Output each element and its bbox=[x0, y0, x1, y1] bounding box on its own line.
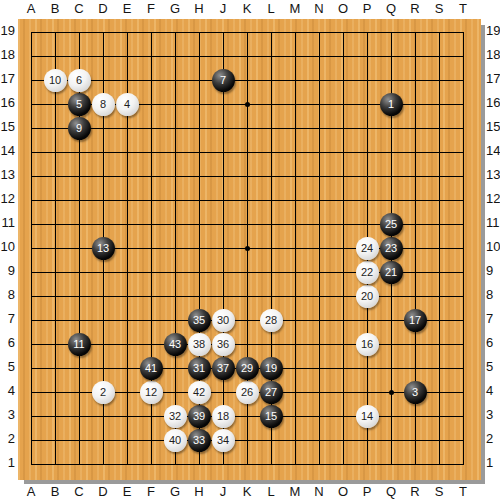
column-label: K bbox=[235, 483, 259, 500]
row-label: 18 bbox=[0, 43, 17, 67]
column-label: N bbox=[307, 483, 331, 500]
row-label: 9 bbox=[0, 259, 17, 283]
move-number: 21 bbox=[385, 267, 397, 278]
move-number: 26 bbox=[241, 387, 253, 398]
column-label: P bbox=[355, 483, 379, 500]
move-number: 5 bbox=[76, 99, 82, 110]
move-number: 27 bbox=[265, 387, 277, 398]
move-number: 30 bbox=[217, 315, 229, 326]
star-point bbox=[389, 390, 394, 395]
column-label: D bbox=[91, 483, 115, 500]
row-label: 12 bbox=[0, 187, 17, 211]
move-number: 43 bbox=[169, 339, 181, 350]
move-number: 13 bbox=[97, 243, 109, 254]
row-label: 4 bbox=[484, 379, 500, 403]
row-label: 5 bbox=[484, 355, 500, 379]
star-point bbox=[245, 102, 250, 107]
move-number: 1 bbox=[388, 99, 394, 110]
row-label: 11 bbox=[484, 211, 500, 235]
row-label: 6 bbox=[484, 331, 500, 355]
stone-black: 17 bbox=[404, 309, 427, 332]
move-number: 32 bbox=[169, 411, 181, 422]
column-label: N bbox=[307, 0, 331, 17]
column-label: J bbox=[211, 0, 235, 17]
column-label: D bbox=[91, 0, 115, 17]
stone-white: 2 bbox=[92, 381, 115, 404]
move-number: 14 bbox=[361, 411, 373, 422]
stone-black: 35 bbox=[188, 309, 211, 332]
stone-black: 3 bbox=[404, 381, 427, 404]
stone-black: 43 bbox=[164, 333, 187, 356]
stone-white: 30 bbox=[212, 309, 235, 332]
move-number: 20 bbox=[361, 291, 373, 302]
stone-black: 27 bbox=[260, 381, 283, 404]
stone-black: 5 bbox=[68, 93, 91, 116]
star-point bbox=[245, 246, 250, 251]
left-coordinates: 19181716151413121110987654321 bbox=[0, 19, 17, 475]
move-number: 22 bbox=[361, 267, 373, 278]
stone-black: 33 bbox=[188, 429, 211, 452]
stone-white: 32 bbox=[164, 405, 187, 428]
stone-black: 11 bbox=[68, 333, 91, 356]
stone-white: 6 bbox=[68, 69, 91, 92]
row-label: 14 bbox=[0, 139, 17, 163]
move-number: 6 bbox=[76, 75, 82, 86]
stone-black: 7 bbox=[212, 69, 235, 92]
column-label: R bbox=[403, 483, 427, 500]
column-label: J bbox=[211, 483, 235, 500]
column-label: C bbox=[67, 0, 91, 17]
move-number: 39 bbox=[193, 411, 205, 422]
column-label: E bbox=[115, 0, 139, 17]
go-board[interactable]: 1234567891011121314151617181920212223242… bbox=[18, 19, 481, 480]
column-label: A bbox=[19, 0, 43, 17]
move-number: 41 bbox=[145, 363, 157, 374]
row-label: 14 bbox=[484, 139, 500, 163]
move-number: 28 bbox=[265, 315, 277, 326]
stone-black: 13 bbox=[92, 237, 115, 260]
move-number: 40 bbox=[169, 435, 181, 446]
stone-black: 9 bbox=[68, 117, 91, 140]
stone-white: 16 bbox=[356, 333, 379, 356]
move-number: 17 bbox=[409, 315, 421, 326]
row-label: 19 bbox=[0, 19, 17, 43]
move-number: 36 bbox=[217, 339, 229, 350]
column-label: L bbox=[259, 483, 283, 500]
row-label: 17 bbox=[484, 67, 500, 91]
move-number: 33 bbox=[193, 435, 205, 446]
row-label: 3 bbox=[484, 403, 500, 427]
stone-white: 18 bbox=[212, 405, 235, 428]
column-label: R bbox=[403, 0, 427, 17]
move-number: 8 bbox=[100, 99, 106, 110]
column-label: H bbox=[187, 0, 211, 17]
column-label: S bbox=[427, 0, 451, 17]
move-number: 2 bbox=[100, 387, 106, 398]
move-number: 31 bbox=[193, 363, 205, 374]
move-number: 3 bbox=[412, 387, 418, 398]
column-label: L bbox=[259, 0, 283, 17]
move-number: 34 bbox=[217, 435, 229, 446]
row-label: 15 bbox=[484, 115, 500, 139]
stone-black: 41 bbox=[140, 357, 163, 380]
stone-white: 40 bbox=[164, 429, 187, 452]
column-label: B bbox=[43, 483, 67, 500]
move-number: 29 bbox=[241, 363, 253, 374]
move-number: 38 bbox=[193, 339, 205, 350]
column-label: H bbox=[187, 483, 211, 500]
column-label: A bbox=[19, 483, 43, 500]
column-label: Q bbox=[379, 483, 403, 500]
column-label: M bbox=[283, 0, 307, 17]
row-label: 13 bbox=[0, 163, 17, 187]
row-label: 19 bbox=[484, 19, 500, 43]
stone-black: 31 bbox=[188, 357, 211, 380]
stone-white: 34 bbox=[212, 429, 235, 452]
move-number: 7 bbox=[220, 75, 226, 86]
column-label: M bbox=[283, 483, 307, 500]
stone-white: 42 bbox=[188, 381, 211, 404]
column-label: S bbox=[427, 483, 451, 500]
row-label: 10 bbox=[484, 235, 500, 259]
bottom-coordinates: ABCDEFGHJKLMNOPQRST bbox=[19, 483, 475, 500]
row-label: 17 bbox=[0, 67, 17, 91]
row-label: 2 bbox=[0, 427, 17, 451]
row-label: 1 bbox=[484, 451, 500, 475]
column-label: B bbox=[43, 0, 67, 17]
row-label: 11 bbox=[0, 211, 17, 235]
move-number: 19 bbox=[265, 363, 277, 374]
stone-white: 10 bbox=[44, 69, 67, 92]
column-label: O bbox=[331, 0, 355, 17]
stone-black: 15 bbox=[260, 405, 283, 428]
move-number: 37 bbox=[217, 363, 229, 374]
stone-white: 28 bbox=[260, 309, 283, 332]
column-label: Q bbox=[379, 0, 403, 17]
move-number: 35 bbox=[193, 315, 205, 326]
row-label: 5 bbox=[0, 355, 17, 379]
stone-white: 22 bbox=[356, 261, 379, 284]
row-label: 6 bbox=[0, 331, 17, 355]
move-number: 12 bbox=[145, 387, 157, 398]
move-number: 25 bbox=[385, 219, 397, 230]
column-label: F bbox=[139, 0, 163, 17]
column-label: F bbox=[139, 483, 163, 500]
column-label: G bbox=[163, 483, 187, 500]
move-number: 18 bbox=[217, 411, 229, 422]
go-kifu-diagram: ABCDEFGHJKLMNOPQRST ABCDEFGHJKLMNOPQRST … bbox=[0, 0, 500, 500]
row-label: 3 bbox=[0, 403, 17, 427]
stone-black: 1 bbox=[380, 93, 403, 116]
row-label: 1 bbox=[0, 451, 17, 475]
stone-white: 8 bbox=[92, 93, 115, 116]
stone-white: 24 bbox=[356, 237, 379, 260]
column-label: O bbox=[331, 483, 355, 500]
move-number: 11 bbox=[73, 339, 84, 350]
move-number: 24 bbox=[361, 243, 373, 254]
column-label: C bbox=[67, 483, 91, 500]
stone-black: 39 bbox=[188, 405, 211, 428]
stone-white: 26 bbox=[236, 381, 259, 404]
stone-black: 29 bbox=[236, 357, 259, 380]
board-grid: 1234567891011121314151617181920212223242… bbox=[19, 20, 475, 476]
column-label: K bbox=[235, 0, 259, 17]
column-label: E bbox=[115, 483, 139, 500]
stone-black: 23 bbox=[380, 237, 403, 260]
stone-white: 4 bbox=[116, 93, 139, 116]
row-label: 15 bbox=[0, 115, 17, 139]
stone-white: 14 bbox=[356, 405, 379, 428]
move-number: 9 bbox=[76, 123, 82, 134]
column-label: G bbox=[163, 0, 187, 17]
row-label: 8 bbox=[484, 283, 500, 307]
row-label: 16 bbox=[484, 91, 500, 115]
row-label: 4 bbox=[0, 379, 17, 403]
column-label: P bbox=[355, 0, 379, 17]
row-label: 2 bbox=[484, 427, 500, 451]
stone-black: 25 bbox=[380, 213, 403, 236]
move-number: 23 bbox=[385, 243, 397, 254]
move-number: 4 bbox=[124, 99, 130, 110]
row-label: 13 bbox=[484, 163, 500, 187]
row-label: 18 bbox=[484, 43, 500, 67]
move-number: 42 bbox=[193, 387, 205, 398]
column-label: T bbox=[451, 0, 475, 17]
row-label: 9 bbox=[484, 259, 500, 283]
row-label: 7 bbox=[484, 307, 500, 331]
row-label: 10 bbox=[0, 235, 17, 259]
stone-black: 37 bbox=[212, 357, 235, 380]
stone-black: 19 bbox=[260, 357, 283, 380]
move-number: 10 bbox=[49, 75, 61, 86]
stone-white: 12 bbox=[140, 381, 163, 404]
move-number: 16 bbox=[361, 339, 373, 350]
stone-white: 38 bbox=[188, 333, 211, 356]
row-label: 7 bbox=[0, 307, 17, 331]
top-coordinates: ABCDEFGHJKLMNOPQRST bbox=[19, 0, 475, 17]
stone-black: 21 bbox=[380, 261, 403, 284]
row-label: 12 bbox=[484, 187, 500, 211]
stone-white: 20 bbox=[356, 285, 379, 308]
row-label: 16 bbox=[0, 91, 17, 115]
row-label: 8 bbox=[0, 283, 17, 307]
column-label: T bbox=[451, 483, 475, 500]
right-coordinates: 19181716151413121110987654321 bbox=[484, 19, 500, 475]
move-number: 15 bbox=[265, 411, 277, 422]
stone-white: 36 bbox=[212, 333, 235, 356]
